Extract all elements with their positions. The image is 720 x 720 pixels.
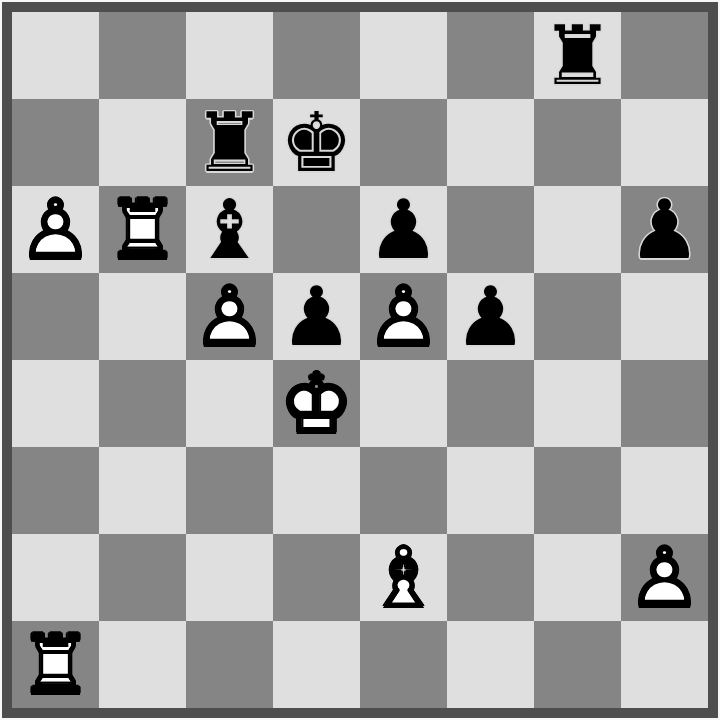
square-c4[interactable]	[186, 360, 273, 447]
square-a6[interactable]: ♟♙	[12, 186, 99, 273]
piece-white-pawn-a6[interactable]: ♟♙	[12, 186, 99, 273]
piece-white-rook-b6[interactable]: ♜♖	[99, 186, 186, 273]
square-h8[interactable]	[621, 12, 708, 99]
white-rook-outline-icon: ♖	[99, 186, 186, 273]
black-pawn-icon: ♟	[360, 186, 447, 273]
square-c3[interactable]	[186, 447, 273, 534]
square-e1[interactable]	[360, 621, 447, 708]
square-h5[interactable]	[621, 273, 708, 360]
square-f5[interactable]: ♟	[447, 273, 534, 360]
black-pawn-icon: ♟	[621, 186, 708, 273]
square-b8[interactable]	[99, 12, 186, 99]
piece-white-bishop-e2[interactable]: ♝♗	[360, 534, 447, 621]
square-f3[interactable]	[447, 447, 534, 534]
piece-white-rook-a1[interactable]: ♜♖	[12, 621, 99, 708]
piece-black-bishop-c6[interactable]: ♝	[186, 186, 273, 273]
square-h4[interactable]	[621, 360, 708, 447]
square-a7[interactable]	[12, 99, 99, 186]
piece-black-pawn-h6[interactable]: ♟	[621, 186, 708, 273]
square-a5[interactable]	[12, 273, 99, 360]
square-d6[interactable]	[273, 186, 360, 273]
square-e8[interactable]	[360, 12, 447, 99]
piece-black-king-d7[interactable]: ♚	[273, 99, 360, 186]
piece-black-rook-g8[interactable]: ♜	[534, 12, 621, 99]
square-d7[interactable]: ♚	[273, 99, 360, 186]
square-g6[interactable]	[534, 186, 621, 273]
square-e5[interactable]: ♟♙	[360, 273, 447, 360]
square-b1[interactable]	[99, 621, 186, 708]
black-king-icon: ♚	[273, 99, 360, 186]
square-h3[interactable]	[621, 447, 708, 534]
white-pawn-outline-icon: ♙	[12, 186, 99, 273]
square-a2[interactable]	[12, 534, 99, 621]
square-g2[interactable]	[534, 534, 621, 621]
white-pawn-outline-icon: ♙	[186, 273, 273, 360]
square-e6[interactable]: ♟	[360, 186, 447, 273]
piece-black-pawn-e6[interactable]: ♟	[360, 186, 447, 273]
square-d8[interactable]	[273, 12, 360, 99]
square-g4[interactable]	[534, 360, 621, 447]
chess-board: ♜♜♚♟♙♜♖♝♟♟♟♙♟♟♙♟♚♔♝♗♟♙♜♖	[2, 2, 718, 718]
square-e7[interactable]	[360, 99, 447, 186]
black-rook-icon: ♜	[534, 12, 621, 99]
square-f1[interactable]	[447, 621, 534, 708]
square-g1[interactable]	[534, 621, 621, 708]
white-pawn-outline-icon: ♙	[621, 534, 708, 621]
square-a8[interactable]	[12, 12, 99, 99]
piece-white-pawn-c5[interactable]: ♟♙	[186, 273, 273, 360]
square-h7[interactable]	[621, 99, 708, 186]
square-e2[interactable]: ♝♗	[360, 534, 447, 621]
white-rook-outline-icon: ♖	[12, 621, 99, 708]
square-h1[interactable]	[621, 621, 708, 708]
square-g8[interactable]: ♜	[534, 12, 621, 99]
square-c5[interactable]: ♟♙	[186, 273, 273, 360]
black-rook-icon: ♜	[186, 99, 273, 186]
black-bishop-icon: ♝	[186, 186, 273, 273]
square-c1[interactable]	[186, 621, 273, 708]
square-c6[interactable]: ♝	[186, 186, 273, 273]
piece-white-pawn-e5[interactable]: ♟♙	[360, 273, 447, 360]
square-b6[interactable]: ♜♖	[99, 186, 186, 273]
square-b3[interactable]	[99, 447, 186, 534]
square-b7[interactable]	[99, 99, 186, 186]
square-c7[interactable]: ♜	[186, 99, 273, 186]
square-c8[interactable]	[186, 12, 273, 99]
piece-black-pawn-f5[interactable]: ♟	[447, 273, 534, 360]
square-d2[interactable]	[273, 534, 360, 621]
square-g7[interactable]	[534, 99, 621, 186]
white-king-outline-icon: ♔	[273, 360, 360, 447]
square-a1[interactable]: ♜♖	[12, 621, 99, 708]
square-f7[interactable]	[447, 99, 534, 186]
square-f4[interactable]	[447, 360, 534, 447]
square-d3[interactable]	[273, 447, 360, 534]
piece-black-rook-c7[interactable]: ♜	[186, 99, 273, 186]
page: ♜♜♚♟♙♜♖♝♟♟♟♙♟♟♙♟♚♔♝♗♟♙♜♖	[0, 0, 720, 720]
square-b2[interactable]	[99, 534, 186, 621]
square-g3[interactable]	[534, 447, 621, 534]
square-h2[interactable]: ♟♙	[621, 534, 708, 621]
black-pawn-icon: ♟	[447, 273, 534, 360]
square-d5[interactable]: ♟	[273, 273, 360, 360]
square-a3[interactable]	[12, 447, 99, 534]
square-f6[interactable]	[447, 186, 534, 273]
piece-black-pawn-d5[interactable]: ♟	[273, 273, 360, 360]
square-e3[interactable]	[360, 447, 447, 534]
square-b4[interactable]	[99, 360, 186, 447]
square-d1[interactable]	[273, 621, 360, 708]
square-f2[interactable]	[447, 534, 534, 621]
square-e4[interactable]	[360, 360, 447, 447]
square-h6[interactable]: ♟	[621, 186, 708, 273]
piece-white-pawn-h2[interactable]: ♟♙	[621, 534, 708, 621]
white-pawn-outline-icon: ♙	[360, 273, 447, 360]
square-a4[interactable]	[12, 360, 99, 447]
white-bishop-outline-icon: ♗	[360, 534, 447, 621]
black-pawn-icon: ♟	[273, 273, 360, 360]
square-g5[interactable]	[534, 273, 621, 360]
square-b5[interactable]	[99, 273, 186, 360]
piece-white-king-d4[interactable]: ♚♔	[273, 360, 360, 447]
square-c2[interactable]	[186, 534, 273, 621]
square-f8[interactable]	[447, 12, 534, 99]
square-d4[interactable]: ♚♔	[273, 360, 360, 447]
